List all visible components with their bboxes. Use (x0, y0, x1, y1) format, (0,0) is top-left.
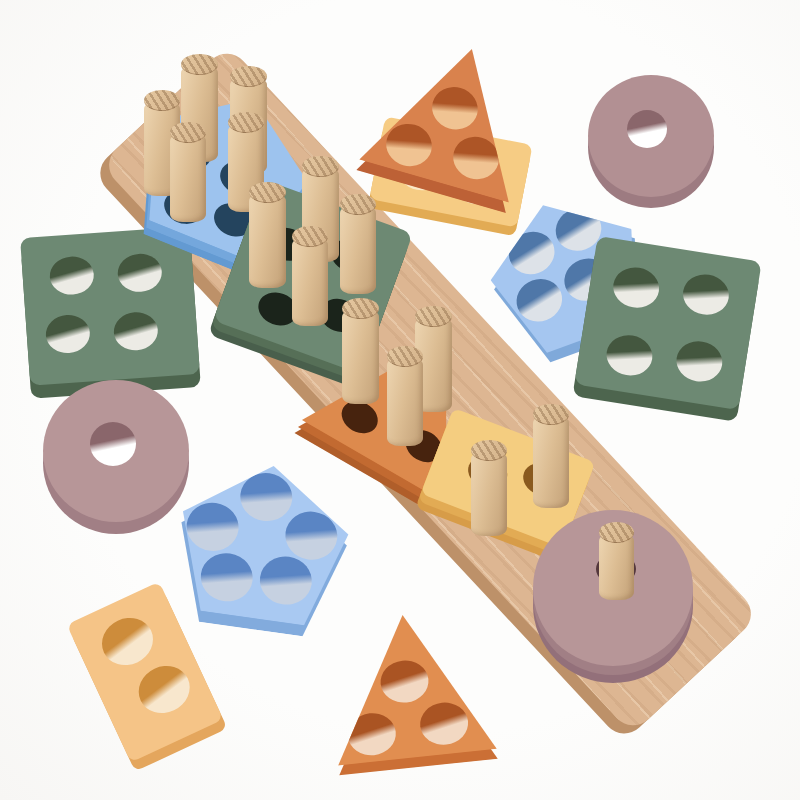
green-square-right-hole (680, 271, 732, 318)
wooden-peg-end-grain (533, 404, 569, 425)
wooden-peg-body (340, 204, 376, 294)
blue-pentagon-left-hole (282, 508, 340, 563)
wooden-peg-end-grain (249, 182, 286, 203)
wooden-peg-end-grain (302, 156, 339, 177)
green-square-left-top-face (20, 226, 200, 385)
wooden-peg (342, 298, 379, 404)
wooden-peg (292, 226, 328, 326)
wooden-peg-end-grain (342, 298, 379, 319)
orange-triangle-bottom-hole (379, 659, 431, 706)
green-square-right-hole (673, 338, 725, 385)
blue-pentagon-left-hole (183, 499, 241, 554)
peach-rectangle-bottom-left-hole (94, 610, 161, 674)
wooden-peg (170, 122, 206, 222)
wooden-peg-end-grain (144, 90, 180, 111)
wooden-peg (340, 194, 376, 294)
wooden-peg-end-grain (415, 306, 452, 327)
mauve-donut-left-top-face (43, 380, 189, 522)
green-square-left (20, 226, 200, 385)
green-square-left-hole (112, 310, 159, 351)
wooden-peg-end-grain (228, 112, 264, 133)
wooden-peg-end-grain (340, 194, 376, 215)
wooden-peg (599, 522, 634, 600)
blue-pentagon-left-hole (237, 470, 295, 525)
green-square-right (574, 236, 761, 410)
blue-pentagon-left (166, 451, 361, 634)
wooden-peg (249, 182, 286, 288)
wooden-peg-end-grain (170, 122, 206, 143)
mauve-donut-top-right-hole (627, 110, 667, 148)
blue-pentagon-left-hole (197, 550, 255, 605)
blue-pentagon-left-top-face (166, 451, 361, 634)
orange-triangle-bottom-hole (418, 700, 470, 747)
orange-triangle-top-hole (427, 81, 483, 134)
green-square-right-hole (603, 331, 655, 378)
peach-rectangle-bottom-left-hole (131, 658, 198, 722)
orange-triangle-top-hole (381, 118, 437, 171)
wooden-peg-body (292, 236, 328, 326)
mauve-donut-left (43, 380, 189, 522)
orange-triangle-top-hole (448, 132, 504, 185)
wooden-peg-body (533, 414, 569, 508)
wooden-peg-end-grain (599, 522, 634, 543)
mauve-donut-left-hole (90, 422, 136, 466)
wooden-peg (471, 440, 507, 536)
wooden-peg-body (471, 450, 507, 536)
wooden-peg (387, 346, 423, 446)
wooden-peg-end-grain (230, 66, 267, 87)
wooden-peg-end-grain (387, 346, 423, 367)
green-square-right-hole (611, 264, 663, 311)
orange-triangle-bottom-hole (346, 711, 398, 758)
wooden-peg-end-grain (471, 440, 507, 461)
product-photo-scene (0, 0, 800, 800)
wooden-peg-end-grain (292, 226, 328, 247)
green-square-right-top-face (574, 236, 761, 410)
orange-triangle-bottom-top-face (320, 602, 501, 771)
wooden-peg-body (387, 356, 423, 446)
wooden-peg (533, 404, 569, 508)
wooden-peg-body (342, 308, 379, 404)
wooden-peg-end-grain (181, 54, 218, 75)
wooden-peg-body (170, 132, 206, 222)
blue-pentagon-left-hole (257, 553, 315, 608)
green-square-left-hole (44, 314, 91, 355)
green-square-left-hole (49, 256, 96, 297)
orange-triangle-bottom (320, 602, 501, 771)
wooden-peg-body (249, 192, 286, 288)
green-square-left-hole (117, 252, 164, 293)
